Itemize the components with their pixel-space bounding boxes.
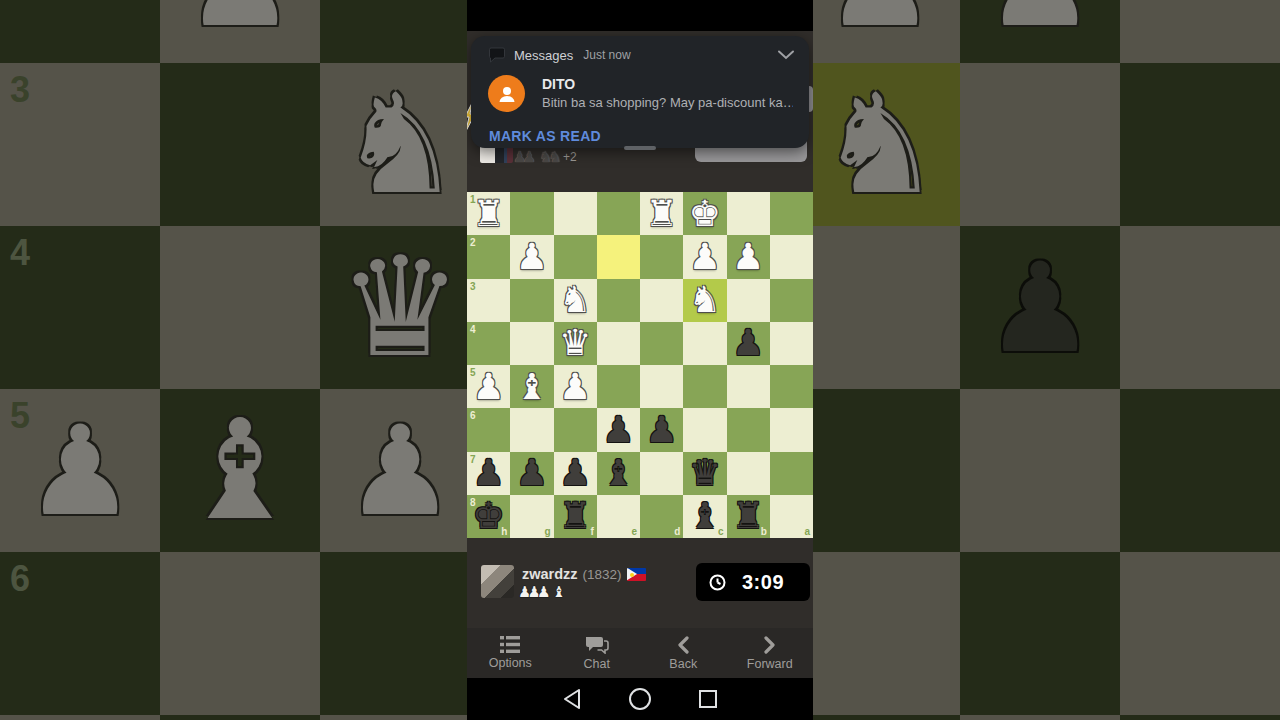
square-a1[interactable] bbox=[770, 192, 813, 235]
back-button[interactable]: Back bbox=[640, 628, 727, 678]
rank-label: 3 bbox=[470, 281, 476, 292]
file-label: a bbox=[804, 526, 810, 537]
background-square: ♝ bbox=[160, 389, 320, 552]
piece-bB[interactable]: ♝ bbox=[683, 495, 726, 538]
chevron-left-icon bbox=[677, 636, 689, 654]
person-icon bbox=[496, 83, 518, 105]
background-rank-label: 3 bbox=[10, 69, 30, 111]
square-d4[interactable] bbox=[640, 322, 683, 365]
notification-drag-handle[interactable] bbox=[624, 146, 656, 150]
square-f4[interactable]: ♛ bbox=[554, 322, 597, 365]
file-label: d bbox=[674, 526, 680, 537]
top-player-material-advantage: +2 bbox=[563, 150, 577, 164]
background-piece-wP: ♟ bbox=[800, 0, 960, 63]
piece-bR[interactable]: ♜ bbox=[727, 495, 770, 538]
square-f7[interactable]: ♟ bbox=[554, 452, 597, 495]
forward-label: Forward bbox=[747, 657, 793, 671]
square-c7[interactable]: ♛ bbox=[683, 452, 726, 495]
square-b6[interactable] bbox=[727, 408, 770, 451]
background-square bbox=[160, 63, 320, 226]
piece-wR[interactable]: ♜ bbox=[640, 192, 683, 235]
square-g1[interactable] bbox=[510, 192, 553, 235]
rank-label: 6 bbox=[470, 410, 476, 421]
square-h5[interactable]: 5♟ bbox=[467, 365, 510, 408]
square-d7[interactable] bbox=[640, 452, 683, 495]
background-square: ♟ bbox=[960, 0, 1120, 63]
square-a5[interactable] bbox=[770, 365, 813, 408]
background-square bbox=[0, 715, 160, 720]
square-f6[interactable] bbox=[554, 408, 597, 451]
background-square bbox=[800, 226, 960, 389]
captured-wB: ♝ bbox=[552, 583, 565, 601]
square-d2[interactable] bbox=[640, 235, 683, 278]
square-b1[interactable] bbox=[727, 192, 770, 235]
square-a4[interactable] bbox=[770, 322, 813, 365]
piece-bB[interactable]: ♝ bbox=[597, 452, 640, 495]
background-square bbox=[320, 552, 480, 715]
background-piece-wN: ♞ bbox=[800, 63, 960, 226]
background-square bbox=[320, 715, 480, 720]
background-square: ♞ bbox=[800, 63, 960, 226]
background-square bbox=[960, 389, 1120, 552]
square-h2[interactable]: 2 bbox=[467, 235, 510, 278]
background-square bbox=[1120, 715, 1280, 720]
square-d5[interactable] bbox=[640, 365, 683, 408]
piece-wK[interactable]: ♚ bbox=[683, 192, 726, 235]
piece-wQ[interactable]: ♛ bbox=[554, 322, 597, 365]
square-g8[interactable]: g bbox=[510, 495, 553, 538]
background-square bbox=[1120, 63, 1280, 226]
top-player-captured-pieces: ♟♟♞♞ bbox=[517, 148, 569, 166]
background-square bbox=[0, 0, 160, 63]
bottom-player-rating: (1832) bbox=[583, 567, 622, 582]
background-square bbox=[960, 715, 1120, 720]
background-square bbox=[960, 552, 1120, 715]
background-square bbox=[320, 0, 480, 63]
background-rank-label: 4 bbox=[10, 232, 30, 274]
background-piece-bP: ♟ bbox=[960, 226, 1120, 389]
background-piece-wB: ♝ bbox=[160, 389, 320, 552]
piece-wP[interactable]: ♟ bbox=[683, 235, 726, 278]
philippines-flag-icon bbox=[627, 568, 646, 581]
square-c1[interactable]: ♚ bbox=[683, 192, 726, 235]
bottom-player-info: zwardzz (1832) bbox=[522, 565, 646, 583]
app-nav-bar: Options Chat Back Forward bbox=[467, 628, 813, 678]
status-bar bbox=[467, 0, 813, 31]
background-piece-wP: ♟ bbox=[0, 389, 160, 552]
piece-wP[interactable]: ♟ bbox=[554, 365, 597, 408]
background-square bbox=[160, 715, 320, 720]
android-back-button[interactable] bbox=[562, 688, 582, 710]
chess-board: 1♜♜♚2♟♟♟3♞♞4♛♟5♟♝♟6♟♟7♟♟♟♝♛8h♚gf♜edc♝b♜a bbox=[467, 192, 813, 538]
square-g6[interactable] bbox=[510, 408, 553, 451]
captured-bN: ♞ bbox=[548, 148, 561, 166]
background-square bbox=[1120, 552, 1280, 715]
square-c5[interactable] bbox=[683, 365, 726, 408]
background-square bbox=[800, 389, 960, 552]
square-a6[interactable] bbox=[770, 408, 813, 451]
chevron-right-icon bbox=[764, 636, 776, 654]
square-g4[interactable] bbox=[510, 322, 553, 365]
chat-bubbles-icon bbox=[585, 636, 609, 654]
bottom-player-avatar[interactable] bbox=[481, 565, 514, 598]
background-piece-wP: ♟ bbox=[960, 0, 1120, 63]
square-f8[interactable]: f♜ bbox=[554, 495, 597, 538]
square-h7[interactable]: 7♟ bbox=[467, 452, 510, 495]
square-d1[interactable]: ♜ bbox=[640, 192, 683, 235]
square-d6[interactable]: ♟ bbox=[640, 408, 683, 451]
square-f5[interactable]: ♟ bbox=[554, 365, 597, 408]
square-b8[interactable]: b♜ bbox=[727, 495, 770, 538]
square-h3[interactable]: 3 bbox=[467, 279, 510, 322]
square-e1[interactable] bbox=[597, 192, 640, 235]
background-square bbox=[960, 63, 1120, 226]
piece-bP[interactable]: ♟ bbox=[554, 452, 597, 495]
rank-label: 2 bbox=[470, 237, 476, 248]
back-label: Back bbox=[669, 657, 697, 671]
background-rank-label: 6 bbox=[10, 558, 30, 600]
square-f1[interactable] bbox=[554, 192, 597, 235]
piece-wP[interactable]: ♟ bbox=[510, 235, 553, 278]
phone-screen: ♟♟♞♞ +2 1♜♜♚2♟♟♟3♞♞4♛♟5♟♝♟6♟♟7♟♟♟♝♛8h♚gf… bbox=[467, 0, 813, 720]
background-square: ♞ bbox=[320, 63, 480, 226]
square-h4[interactable]: 4 bbox=[467, 322, 510, 365]
background-square bbox=[1120, 389, 1280, 552]
background-square: ♟ bbox=[320, 389, 480, 552]
background-square bbox=[800, 552, 960, 715]
square-c3[interactable]: ♞ bbox=[683, 279, 726, 322]
square-e3[interactable] bbox=[597, 279, 640, 322]
background-square: 6 bbox=[0, 552, 160, 715]
background-square bbox=[160, 226, 320, 389]
notification-time: Just now bbox=[583, 48, 630, 62]
background-square: ♛ bbox=[320, 226, 480, 389]
background-square bbox=[160, 552, 320, 715]
square-b2[interactable]: ♟ bbox=[727, 235, 770, 278]
clock-icon bbox=[709, 574, 726, 591]
piece-bK[interactable]: ♚ bbox=[467, 495, 510, 538]
captured-bP: ♟ bbox=[522, 148, 535, 166]
square-g3[interactable] bbox=[510, 279, 553, 322]
square-d8[interactable]: d bbox=[640, 495, 683, 538]
chat-label: Chat bbox=[584, 657, 610, 671]
square-e5[interactable] bbox=[597, 365, 640, 408]
background-square bbox=[800, 715, 960, 720]
chevron-down-icon[interactable] bbox=[777, 50, 795, 60]
piece-wR[interactable]: ♜ bbox=[467, 192, 510, 235]
forward-button[interactable]: Forward bbox=[727, 628, 814, 678]
piece-bP[interactable]: ♟ bbox=[727, 322, 770, 365]
notification-message: Bitin ba sa shopping? May pa-discount ka… bbox=[542, 95, 793, 110]
piece-bR[interactable]: ♜ bbox=[554, 495, 597, 538]
android-system-bar bbox=[467, 678, 813, 720]
options-button[interactable]: Options bbox=[467, 628, 554, 678]
background-square: 5♟ bbox=[0, 389, 160, 552]
captured-wP: ♟ bbox=[537, 583, 550, 601]
notification-header: Messages Just now bbox=[489, 46, 795, 64]
chat-button[interactable]: Chat bbox=[554, 628, 641, 678]
clock-time: 3:09 bbox=[726, 571, 800, 594]
background-piece-wQ: ♛ bbox=[320, 226, 480, 389]
square-e6[interactable]: ♟ bbox=[597, 408, 640, 451]
background-square: ♟ bbox=[800, 0, 960, 63]
background-square: 3 bbox=[0, 63, 160, 226]
notification-card[interactable]: Messages Just now DITO Bitin ba sa shopp… bbox=[471, 36, 809, 148]
square-c4[interactable] bbox=[683, 322, 726, 365]
background-square: ♟ bbox=[160, 0, 320, 63]
background-piece-wN: ♞ bbox=[320, 63, 480, 226]
square-d3[interactable] bbox=[640, 279, 683, 322]
square-f3[interactable]: ♞ bbox=[554, 279, 597, 322]
piece-bQ[interactable]: ♛ bbox=[683, 452, 726, 495]
android-home-button[interactable] bbox=[628, 687, 652, 711]
square-g5[interactable]: ♝ bbox=[510, 365, 553, 408]
square-f2[interactable] bbox=[554, 235, 597, 278]
background-square bbox=[1120, 226, 1280, 389]
square-c2[interactable]: ♟ bbox=[683, 235, 726, 278]
sender-avatar bbox=[488, 75, 525, 112]
square-e4[interactable] bbox=[597, 322, 640, 365]
piece-bP[interactable]: ♟ bbox=[510, 452, 553, 495]
file-label: e bbox=[631, 526, 637, 537]
background-piece-wP: ♟ bbox=[320, 389, 480, 552]
piece-wN[interactable]: ♞ bbox=[683, 279, 726, 322]
file-label: g bbox=[544, 526, 550, 537]
bottom-player-clock: 3:09 bbox=[696, 563, 810, 601]
background-piece-wP: ♟ bbox=[160, 0, 320, 63]
piece-bP[interactable]: ♟ bbox=[640, 408, 683, 451]
messages-app-icon bbox=[489, 47, 505, 63]
square-a3[interactable] bbox=[770, 279, 813, 322]
square-g7[interactable]: ♟ bbox=[510, 452, 553, 495]
square-a8[interactable]: a bbox=[770, 495, 813, 538]
square-b4[interactable]: ♟ bbox=[727, 322, 770, 365]
square-b3[interactable] bbox=[727, 279, 770, 322]
square-h6[interactable]: 6 bbox=[467, 408, 510, 451]
notification-sender: DITO bbox=[542, 76, 575, 92]
piece-bP[interactable]: ♟ bbox=[597, 408, 640, 451]
list-icon bbox=[500, 636, 520, 653]
square-a2[interactable] bbox=[770, 235, 813, 278]
background-square: 4 bbox=[0, 226, 160, 389]
square-b5[interactable] bbox=[727, 365, 770, 408]
square-c8[interactable]: c♝ bbox=[683, 495, 726, 538]
square-e2[interactable] bbox=[597, 235, 640, 278]
piece-bP[interactable]: ♟ bbox=[467, 452, 510, 495]
piece-wP[interactable]: ♟ bbox=[467, 365, 510, 408]
square-h1[interactable]: 1♜ bbox=[467, 192, 510, 235]
square-e7[interactable]: ♝ bbox=[597, 452, 640, 495]
square-h8[interactable]: 8h♚ bbox=[467, 495, 510, 538]
bottom-player-name: zwardzz bbox=[522, 566, 578, 582]
options-label: Options bbox=[489, 656, 532, 670]
square-c6[interactable] bbox=[683, 408, 726, 451]
background-square bbox=[1120, 0, 1280, 63]
notification-app-name: Messages bbox=[514, 48, 573, 63]
piece-wB[interactable]: ♝ bbox=[510, 365, 553, 408]
square-e8[interactable]: e bbox=[597, 495, 640, 538]
rank-label: 4 bbox=[470, 324, 476, 335]
bottom-player-captured-pieces: ♟♟♟♝ bbox=[522, 583, 572, 601]
square-b7[interactable] bbox=[727, 452, 770, 495]
android-recents-button[interactable] bbox=[698, 689, 718, 709]
square-a7[interactable] bbox=[770, 452, 813, 495]
mark-as-read-button[interactable]: MARK AS READ bbox=[489, 128, 601, 144]
square-g2[interactable]: ♟ bbox=[510, 235, 553, 278]
piece-wP[interactable]: ♟ bbox=[727, 235, 770, 278]
background-square: ♟ bbox=[960, 226, 1120, 389]
piece-wN[interactable]: ♞ bbox=[554, 279, 597, 322]
